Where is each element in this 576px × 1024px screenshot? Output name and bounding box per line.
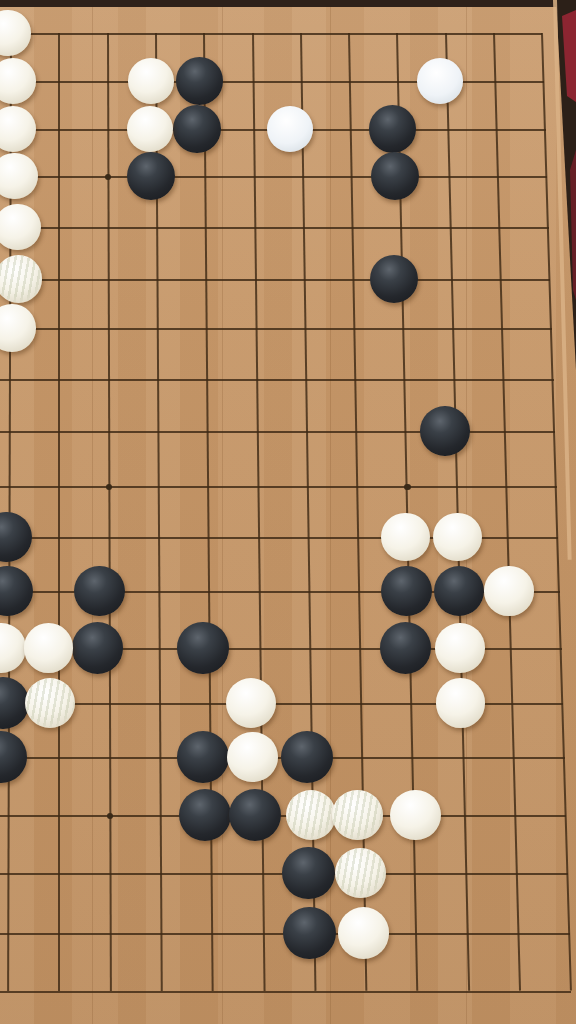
go-stone-white: ○ — [0, 255, 42, 302]
go-stone-black: ● — [381, 566, 432, 617]
intersection — [372, 304, 420, 354]
intersection — [227, 253, 275, 304]
intersection — [131, 620, 179, 676]
intersection — [0, 786, 34, 844]
intersection — [421, 962, 469, 1018]
go-stone-white: ○ — [390, 790, 441, 841]
go-stone-black: ● — [371, 152, 419, 200]
intersection — [179, 354, 227, 406]
intersection — [34, 153, 82, 202]
intersection — [34, 730, 82, 786]
intersection — [372, 354, 420, 406]
intersection — [179, 676, 227, 731]
intersection — [469, 105, 517, 153]
intersection — [324, 153, 372, 202]
intersection — [421, 304, 469, 354]
go-stone-white: ○ — [332, 790, 383, 841]
intersection — [82, 512, 130, 565]
go-stone-white: ○ — [0, 58, 36, 104]
intersection — [517, 512, 565, 565]
intersection — [276, 512, 324, 565]
intersection — [421, 730, 469, 786]
intersection — [82, 730, 130, 786]
intersection — [34, 903, 82, 962]
go-stone-white: ○ — [417, 58, 463, 104]
go-board-photo: ●●●●●●●●●●●●●●●●●●●●●●●○○○○○○○○○○○○○○○○○… — [0, 0, 576, 1024]
go-stone-black: ● — [380, 622, 431, 673]
go-stone-white: ○ — [267, 106, 313, 152]
intersection — [469, 405, 517, 459]
intersection — [421, 459, 469, 512]
intersection — [517, 304, 565, 354]
intersection — [517, 354, 565, 406]
intersection — [179, 844, 227, 903]
go-stone-white: ○ — [25, 678, 75, 728]
intersection — [82, 202, 130, 254]
intersection — [227, 962, 275, 1018]
intersection — [0, 354, 34, 406]
intersection — [421, 153, 469, 202]
intersection — [517, 786, 565, 844]
intersection — [82, 57, 130, 105]
intersection — [421, 354, 469, 406]
intersection — [324, 253, 372, 304]
go-stone-black: ● — [177, 731, 229, 783]
go-stone-black: ● — [72, 622, 123, 673]
intersection — [517, 253, 565, 304]
intersection — [131, 405, 179, 459]
intersection — [324, 405, 372, 459]
intersection — [82, 786, 130, 844]
intersection — [469, 153, 517, 202]
intersection — [324, 202, 372, 254]
intersection — [227, 57, 275, 105]
intersection — [227, 844, 275, 903]
intersection — [421, 105, 469, 153]
intersection — [179, 459, 227, 512]
go-stone-white: ○ — [381, 513, 430, 562]
go-stone-white: ○ — [0, 204, 41, 251]
intersection — [372, 57, 420, 105]
intersection — [131, 962, 179, 1018]
intersection — [0, 459, 34, 512]
intersection — [324, 304, 372, 354]
intersection — [82, 405, 130, 459]
intersection — [82, 459, 130, 512]
intersection — [179, 253, 227, 304]
intersection — [0, 844, 34, 903]
go-stone-black: ● — [127, 152, 175, 200]
intersection — [421, 253, 469, 304]
intersection — [131, 730, 179, 786]
intersection — [324, 962, 372, 1018]
intersection — [469, 786, 517, 844]
intersection — [227, 153, 275, 202]
intersection — [517, 903, 565, 962]
intersection — [131, 676, 179, 731]
intersection — [34, 105, 82, 153]
intersection — [372, 459, 420, 512]
intersection — [179, 153, 227, 202]
go-stone-white: ○ — [433, 513, 482, 562]
intersection — [227, 354, 275, 406]
intersection — [82, 253, 130, 304]
intersection — [324, 512, 372, 565]
intersection — [324, 459, 372, 512]
intersection — [34, 405, 82, 459]
intersection — [0, 405, 34, 459]
go-stone-black: ● — [74, 566, 125, 617]
intersection — [34, 9, 82, 57]
intersection — [469, 903, 517, 962]
intersection — [227, 405, 275, 459]
intersection — [372, 9, 420, 57]
intersection — [34, 57, 82, 105]
go-stone-black: ● — [177, 622, 228, 673]
intersection — [227, 512, 275, 565]
intersection — [469, 844, 517, 903]
go-stone-black: ● — [370, 255, 419, 304]
intersection — [372, 405, 420, 459]
board-top-rail — [0, 0, 576, 7]
intersection — [131, 844, 179, 903]
intersection — [34, 962, 82, 1018]
intersection — [131, 903, 179, 962]
intersection — [469, 253, 517, 304]
intersection — [324, 9, 372, 57]
intersection — [179, 903, 227, 962]
intersection — [0, 903, 34, 962]
go-stone-black: ● — [173, 105, 221, 153]
intersection — [469, 9, 517, 57]
intersection — [517, 620, 565, 676]
go-stone-white: ○ — [335, 848, 386, 899]
intersection — [131, 9, 179, 57]
intersection — [131, 786, 179, 844]
intersection — [34, 202, 82, 254]
intersection — [372, 202, 420, 254]
go-stone-black: ● — [176, 57, 223, 104]
intersection — [517, 844, 565, 903]
go-stone-white: ○ — [0, 106, 36, 152]
intersection — [517, 676, 565, 731]
go-stone-black: ● — [282, 847, 334, 899]
intersection — [82, 153, 130, 202]
intersection — [179, 202, 227, 254]
intersection — [276, 564, 324, 620]
intersection — [34, 786, 82, 844]
go-stone-black: ● — [281, 731, 333, 783]
intersection — [469, 202, 517, 254]
go-stone-white: ○ — [127, 106, 173, 152]
intersection — [179, 304, 227, 354]
go-stone-white: ○ — [0, 153, 38, 199]
intersection — [131, 253, 179, 304]
intersection — [324, 620, 372, 676]
intersection — [276, 405, 324, 459]
intersection — [82, 844, 130, 903]
intersection — [324, 57, 372, 105]
intersection — [276, 962, 324, 1018]
intersection — [372, 730, 420, 786]
intersection — [131, 512, 179, 565]
go-stone-white: ○ — [227, 732, 277, 782]
intersection — [82, 354, 130, 406]
intersection — [276, 459, 324, 512]
go-board: ●●●●●●●●●●●●●●●●●●●●●●●○○○○○○○○○○○○○○○○○… — [0, 0, 576, 1024]
intersection — [34, 459, 82, 512]
intersection — [324, 354, 372, 406]
intersection — [276, 304, 324, 354]
intersection — [276, 253, 324, 304]
intersection — [179, 9, 227, 57]
intersection — [131, 304, 179, 354]
intersection — [469, 304, 517, 354]
go-stone-black: ● — [434, 566, 485, 617]
go-stone-black: ● — [283, 907, 336, 960]
intersection — [276, 153, 324, 202]
intersection — [469, 459, 517, 512]
intersection — [517, 405, 565, 459]
intersection — [82, 304, 130, 354]
intersection — [276, 57, 324, 105]
intersection — [324, 105, 372, 153]
intersection — [82, 9, 130, 57]
intersection — [324, 676, 372, 731]
go-stone-black: ● — [179, 789, 231, 841]
intersection — [82, 903, 130, 962]
intersection — [469, 962, 517, 1018]
intersection — [276, 620, 324, 676]
go-stone-white: ○ — [435, 623, 485, 673]
intersection — [469, 57, 517, 105]
intersection — [82, 962, 130, 1018]
intersection — [227, 564, 275, 620]
intersection — [421, 903, 469, 962]
intersection — [324, 564, 372, 620]
intersection — [179, 564, 227, 620]
intersection — [227, 304, 275, 354]
intersection — [227, 459, 275, 512]
intersection — [0, 962, 34, 1018]
intersection — [34, 304, 82, 354]
go-stone-black: ● — [369, 105, 417, 153]
intersection — [421, 202, 469, 254]
intersection — [421, 844, 469, 903]
intersection — [517, 459, 565, 512]
intersection — [34, 354, 82, 406]
intersection — [179, 962, 227, 1018]
intersection — [517, 730, 565, 786]
intersection — [276, 676, 324, 731]
intersection — [421, 9, 469, 57]
go-stone-white: ○ — [338, 907, 389, 958]
go-stone-white: ○ — [24, 623, 74, 673]
intersection — [227, 620, 275, 676]
intersection — [82, 676, 130, 731]
intersection — [131, 564, 179, 620]
intersection — [276, 9, 324, 57]
intersection — [131, 354, 179, 406]
intersection — [227, 9, 275, 57]
intersection — [227, 903, 275, 962]
intersection — [469, 730, 517, 786]
go-stone-white: ○ — [286, 790, 337, 841]
intersection — [82, 105, 130, 153]
intersection — [276, 354, 324, 406]
intersection — [179, 405, 227, 459]
go-stone-black: ● — [420, 406, 470, 456]
intersection — [276, 202, 324, 254]
intersection — [372, 962, 420, 1018]
intersection — [469, 354, 517, 406]
intersection — [227, 202, 275, 254]
intersection — [34, 512, 82, 565]
go-stone-white: ○ — [0, 304, 36, 351]
intersection — [34, 844, 82, 903]
go-stone-white: ○ — [484, 566, 533, 615]
intersection — [131, 202, 179, 254]
go-stone-white: ○ — [128, 58, 174, 104]
intersection — [517, 962, 565, 1018]
go-stone-black: ● — [229, 789, 281, 841]
go-stone-white: ○ — [226, 678, 276, 728]
intersection — [179, 512, 227, 565]
intersection — [372, 676, 420, 731]
go-stone-white: ○ — [436, 678, 486, 728]
intersection — [131, 459, 179, 512]
